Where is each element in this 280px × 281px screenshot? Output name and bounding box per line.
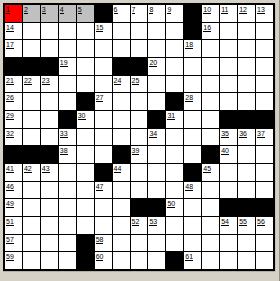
cell-r5c5[interactable] xyxy=(77,76,94,93)
cell-r15c10 xyxy=(166,252,183,269)
cell-r4c3 xyxy=(41,58,58,75)
cell-r4c5[interactable] xyxy=(77,58,94,75)
cell-r1c2[interactable]: 2 xyxy=(23,5,40,22)
cell-r5c13[interactable] xyxy=(220,76,237,93)
cell-r3c10[interactable] xyxy=(166,40,183,57)
cell-r6c12[interactable] xyxy=(202,93,219,110)
cell-r11c3[interactable] xyxy=(41,182,58,199)
clue-number: 39 xyxy=(132,147,140,155)
clue-number: 17 xyxy=(6,41,14,49)
cell-r11c9[interactable] xyxy=(148,182,165,199)
clue-number: 37 xyxy=(257,130,265,138)
clue-number: 34 xyxy=(149,130,157,138)
cell-r2c1[interactable]: 14 xyxy=(5,23,22,40)
cell-r9c13[interactable]: 40 xyxy=(220,146,237,163)
cell-r7c1[interactable]: 29 xyxy=(5,111,22,128)
cell-r10c3[interactable]: 43 xyxy=(41,164,58,181)
clue-number: 40 xyxy=(221,147,229,155)
cell-r13c12[interactable] xyxy=(202,217,219,234)
cell-r8c11[interactable] xyxy=(184,129,201,146)
cell-r10c14[interactable] xyxy=(238,164,255,181)
cell-r15c13[interactable] xyxy=(220,252,237,269)
cell-r10c12[interactable]: 45 xyxy=(202,164,219,181)
cell-r10c2[interactable]: 42 xyxy=(23,164,40,181)
cell-r9c11[interactable] xyxy=(184,146,201,163)
cell-r4c7 xyxy=(113,58,130,75)
clue-number: 7 xyxy=(132,6,136,14)
clue-number: 51 xyxy=(6,218,14,226)
clue-number: 3 xyxy=(42,6,46,14)
cell-r7c12[interactable] xyxy=(202,111,219,128)
cell-r9c8[interactable]: 39 xyxy=(131,146,148,163)
cell-r9c9[interactable] xyxy=(148,146,165,163)
cell-r13c7[interactable] xyxy=(113,217,130,234)
cell-r8c5[interactable] xyxy=(77,129,94,146)
cell-r2c10[interactable] xyxy=(166,23,183,40)
cell-r14c4[interactable] xyxy=(59,235,76,252)
clue-number: 14 xyxy=(6,24,14,32)
cell-r9c15[interactable] xyxy=(256,146,273,163)
cell-r14c14[interactable] xyxy=(238,235,255,252)
cell-r1c7[interactable]: 6 xyxy=(113,5,130,22)
cell-r4c10[interactable] xyxy=(166,58,183,75)
cell-r15c14[interactable] xyxy=(238,252,255,269)
cell-r11c11[interactable]: 48 xyxy=(184,182,201,199)
cell-r2c8[interactable] xyxy=(131,23,148,40)
cell-r15c3[interactable] xyxy=(41,252,58,269)
cell-r9c7 xyxy=(113,146,130,163)
cell-r15c1[interactable]: 59 xyxy=(5,252,22,269)
cell-r4c1 xyxy=(5,58,22,75)
cell-r12c11[interactable] xyxy=(184,199,201,216)
cell-r1c3[interactable]: 3 xyxy=(41,5,58,22)
cell-r2c11 xyxy=(184,23,201,40)
cell-r15c9[interactable] xyxy=(148,252,165,269)
cell-r2c2[interactable] xyxy=(23,23,40,40)
cell-r10c5[interactable] xyxy=(77,164,94,181)
cell-r5c4[interactable] xyxy=(59,76,76,93)
cell-r14c9[interactable] xyxy=(148,235,165,252)
cell-r10c4[interactable] xyxy=(59,164,76,181)
cell-r3c14[interactable] xyxy=(238,40,255,57)
cell-r11c8[interactable] xyxy=(131,182,148,199)
cell-r2c7[interactable] xyxy=(113,23,130,40)
cell-r6c11[interactable]: 28 xyxy=(184,93,201,110)
cell-r5c8[interactable]: 25 xyxy=(131,76,148,93)
cell-r2c6[interactable]: 15 xyxy=(95,23,112,40)
cell-r10c1[interactable]: 41 xyxy=(5,164,22,181)
cell-r12c12[interactable] xyxy=(202,199,219,216)
clue-number: 4 xyxy=(60,6,64,14)
cell-r15c6[interactable]: 60 xyxy=(95,252,112,269)
cell-r13c6[interactable] xyxy=(95,217,112,234)
cell-r13c11[interactable] xyxy=(184,217,201,234)
cell-r11c12[interactable] xyxy=(202,182,219,199)
clue-number: 35 xyxy=(221,130,229,138)
clue-number: 54 xyxy=(221,218,229,226)
cell-r15c5 xyxy=(77,252,94,269)
clue-number: 6 xyxy=(114,6,118,14)
cell-r5c12[interactable] xyxy=(202,76,219,93)
cell-r10c11 xyxy=(184,164,201,181)
clue-number: 28 xyxy=(185,94,193,102)
cell-r8c4[interactable]: 33 xyxy=(59,129,76,146)
clue-number: 11 xyxy=(221,6,228,14)
cell-r12c13 xyxy=(220,199,237,216)
clue-number: 60 xyxy=(96,253,104,261)
cell-r5c10[interactable] xyxy=(166,76,183,93)
clue-number: 61 xyxy=(185,253,193,261)
clue-number: 20 xyxy=(149,59,157,67)
clue-number: 59 xyxy=(6,253,14,261)
cell-r11c14[interactable] xyxy=(238,182,255,199)
cell-r1c5[interactable]: 5 xyxy=(77,5,94,22)
cell-r14c1[interactable]: 57 xyxy=(5,235,22,252)
clue-number: 52 xyxy=(132,218,140,226)
cell-r4c8 xyxy=(131,58,148,75)
cell-r14c7[interactable] xyxy=(113,235,130,252)
cell-r1c11 xyxy=(184,5,201,22)
cell-r5c1[interactable]: 21 xyxy=(5,76,22,93)
cell-r6c1[interactable]: 26 xyxy=(5,93,22,110)
cell-r15c7[interactable] xyxy=(113,252,130,269)
cell-r9c6[interactable] xyxy=(95,146,112,163)
cell-r1c12[interactable]: 10 xyxy=(202,5,219,22)
window-right-edge xyxy=(279,0,280,281)
cell-r8c14[interactable]: 36 xyxy=(238,129,255,146)
clue-number: 49 xyxy=(6,200,14,208)
cell-r6c6[interactable]: 27 xyxy=(95,93,112,110)
cell-r1c8[interactable]: 7 xyxy=(131,5,148,22)
cell-r11c15[interactable] xyxy=(256,182,273,199)
cell-r8c12[interactable] xyxy=(202,129,219,146)
clue-number: 23 xyxy=(42,77,50,85)
clue-number: 53 xyxy=(149,218,157,226)
clue-number: 8 xyxy=(149,6,153,14)
clue-number: 2 xyxy=(24,6,28,14)
cell-r6c10 xyxy=(166,93,183,110)
cell-r4c12[interactable] xyxy=(202,58,219,75)
cell-r6c2[interactable] xyxy=(23,93,40,110)
cell-r8c10[interactable] xyxy=(166,129,183,146)
cell-r3c3[interactable] xyxy=(41,40,58,57)
cell-r8c9[interactable]: 34 xyxy=(148,129,165,146)
cell-r6c13[interactable] xyxy=(220,93,237,110)
cell-r10c15[interactable] xyxy=(256,164,273,181)
cell-r1c9[interactable]: 8 xyxy=(148,5,165,22)
clue-number: 43 xyxy=(42,165,50,173)
cell-r8c2[interactable] xyxy=(23,129,40,146)
cell-r11c6[interactable]: 47 xyxy=(95,182,112,199)
cell-r1c4[interactable]: 4 xyxy=(59,5,76,22)
cell-r3c4[interactable] xyxy=(59,40,76,57)
cell-r7c11[interactable] xyxy=(184,111,201,128)
cell-r4c11[interactable] xyxy=(184,58,201,75)
clue-number: 58 xyxy=(96,236,104,244)
clue-number: 16 xyxy=(203,24,211,32)
clue-number: 32 xyxy=(6,130,14,138)
clue-number: 29 xyxy=(6,112,14,120)
cell-r14c5 xyxy=(77,235,94,252)
cell-r1c14[interactable]: 12 xyxy=(238,5,255,22)
cell-r5c6[interactable] xyxy=(95,76,112,93)
cell-r4c9[interactable]: 20 xyxy=(148,58,165,75)
cell-r6c4[interactable] xyxy=(59,93,76,110)
cell-r12c3[interactable] xyxy=(41,199,58,216)
cell-r7c3[interactable] xyxy=(41,111,58,128)
cell-r6c9[interactable] xyxy=(148,93,165,110)
cell-r13c9[interactable]: 53 xyxy=(148,217,165,234)
cell-r15c15[interactable] xyxy=(256,252,273,269)
cell-r14c10[interactable] xyxy=(166,235,183,252)
cell-r8c3[interactable] xyxy=(41,129,58,146)
cell-r15c4[interactable] xyxy=(59,252,76,269)
cell-r4c4[interactable]: 19 xyxy=(59,58,76,75)
cell-r9c3 xyxy=(41,146,58,163)
cell-r6c15[interactable] xyxy=(256,93,273,110)
cell-r5c15[interactable] xyxy=(256,76,273,93)
cell-r7c14 xyxy=(238,111,255,128)
clue-number: 5 xyxy=(78,6,82,14)
clue-number: 27 xyxy=(96,94,104,102)
cell-r13c3[interactable] xyxy=(41,217,58,234)
cell-r12c9 xyxy=(148,199,165,216)
cell-r7c2[interactable] xyxy=(23,111,40,128)
cell-r14c15[interactable] xyxy=(256,235,273,252)
cell-r7c10[interactable]: 31 xyxy=(166,111,183,128)
cell-r12c1[interactable]: 49 xyxy=(5,199,22,216)
clue-number: 41 xyxy=(6,165,14,173)
cell-r10c6 xyxy=(95,164,112,181)
cell-r14c8[interactable] xyxy=(131,235,148,252)
cell-r9c2 xyxy=(23,146,40,163)
cell-r7c5[interactable]: 30 xyxy=(77,111,94,128)
clue-number: 31 xyxy=(167,112,175,120)
cell-r15c11[interactable]: 61 xyxy=(184,252,201,269)
clue-number: 42 xyxy=(24,165,32,173)
cell-r14c2[interactable] xyxy=(23,235,40,252)
cell-r3c8[interactable] xyxy=(131,40,148,57)
cell-r7c7[interactable] xyxy=(113,111,130,128)
cell-r12c8 xyxy=(131,199,148,216)
cell-r13c8[interactable]: 52 xyxy=(131,217,148,234)
clue-number: 24 xyxy=(114,77,122,85)
cell-r1c10[interactable]: 9 xyxy=(166,5,183,22)
clue-number: 10 xyxy=(203,6,211,14)
cell-r14c3[interactable] xyxy=(41,235,58,252)
cell-r10c13[interactable] xyxy=(220,164,237,181)
cell-r13c5[interactable] xyxy=(77,217,94,234)
clue-number: 48 xyxy=(185,183,193,191)
clue-number: 18 xyxy=(185,41,193,49)
clue-number: 22 xyxy=(24,77,32,85)
cell-r12c5[interactable] xyxy=(77,199,94,216)
cell-r7c4 xyxy=(59,111,76,128)
clue-number: 46 xyxy=(6,183,14,191)
cell-r8c1[interactable]: 32 xyxy=(5,129,22,146)
clue-number: 30 xyxy=(78,112,86,120)
cell-r8c15[interactable]: 37 xyxy=(256,129,273,146)
cell-r12c4[interactable] xyxy=(59,199,76,216)
cell-r15c12[interactable] xyxy=(202,252,219,269)
clue-number: 15 xyxy=(96,24,104,32)
cell-r8c7[interactable] xyxy=(113,129,130,146)
cell-r1c15[interactable]: 13 xyxy=(256,5,273,22)
cell-r5c11[interactable] xyxy=(184,76,201,93)
clue-number: 50 xyxy=(167,200,175,208)
cell-r14c6[interactable]: 58 xyxy=(95,235,112,252)
cell-r3c6[interactable] xyxy=(95,40,112,57)
page: 1234567891011121314151617181920212223242… xyxy=(0,0,280,281)
cell-r12c10[interactable]: 50 xyxy=(166,199,183,216)
cell-r14c13[interactable] xyxy=(220,235,237,252)
cell-r8c8[interactable] xyxy=(131,129,148,146)
cell-r10c8[interactable] xyxy=(131,164,148,181)
cell-r7c8[interactable] xyxy=(131,111,148,128)
clue-number: 36 xyxy=(239,130,247,138)
cell-r2c9[interactable] xyxy=(148,23,165,40)
cell-r2c5[interactable] xyxy=(77,23,94,40)
cell-r3c12[interactable] xyxy=(202,40,219,57)
clue-number: 55 xyxy=(239,218,247,226)
cell-r8c6[interactable] xyxy=(95,129,112,146)
cell-r7c15 xyxy=(256,111,273,128)
cell-r4c14[interactable] xyxy=(238,58,255,75)
clue-number: 19 xyxy=(60,59,68,67)
cell-r3c15[interactable] xyxy=(256,40,273,57)
cell-r9c10[interactable] xyxy=(166,146,183,163)
clue-number: 12 xyxy=(239,6,247,14)
cell-r13c1[interactable]: 51 xyxy=(5,217,22,234)
cell-r3c11[interactable]: 18 xyxy=(184,40,201,57)
cell-r2c14[interactable] xyxy=(238,23,255,40)
clue-number: 44 xyxy=(114,165,122,173)
cell-r12c2[interactable] xyxy=(23,199,40,216)
cell-r10c7[interactable]: 44 xyxy=(113,164,130,181)
cell-r15c2[interactable] xyxy=(23,252,40,269)
clue-number: 57 xyxy=(6,236,14,244)
cell-r12c15 xyxy=(256,199,273,216)
cell-r11c4[interactable] xyxy=(59,182,76,199)
cell-r4c15[interactable] xyxy=(256,58,273,75)
cell-r1c6 xyxy=(95,5,112,22)
cell-r14c12[interactable] xyxy=(202,235,219,252)
cell-r12c6[interactable] xyxy=(95,199,112,216)
cell-r13c15[interactable]: 56 xyxy=(256,217,273,234)
cell-r13c14[interactable]: 55 xyxy=(238,217,255,234)
cell-r12c7[interactable] xyxy=(113,199,130,216)
cell-r6c5 xyxy=(77,93,94,110)
clue-number: 13 xyxy=(257,6,265,14)
clue-number: 47 xyxy=(96,183,104,191)
cell-r13c4[interactable] xyxy=(59,217,76,234)
clue-number: 21 xyxy=(6,77,14,85)
cell-r9c12 xyxy=(202,146,219,163)
cell-r6c3[interactable] xyxy=(41,93,58,110)
cell-r3c5[interactable] xyxy=(77,40,94,57)
cell-r6c14[interactable] xyxy=(238,93,255,110)
cell-r5c14[interactable] xyxy=(238,76,255,93)
cell-r3c13[interactable] xyxy=(220,40,237,57)
clue-number: 25 xyxy=(132,77,140,85)
cell-r13c2[interactable] xyxy=(23,217,40,234)
cell-r3c9[interactable] xyxy=(148,40,165,57)
clue-number: 26 xyxy=(6,94,14,102)
cell-r13c13[interactable]: 54 xyxy=(220,217,237,234)
clue-number: 38 xyxy=(60,147,68,155)
cell-r3c2[interactable] xyxy=(23,40,40,57)
cell-r10c10[interactable] xyxy=(166,164,183,181)
cell-r2c4[interactable] xyxy=(59,23,76,40)
cell-r7c6[interactable] xyxy=(95,111,112,128)
cell-r14c11[interactable] xyxy=(184,235,201,252)
cell-r7c13 xyxy=(220,111,237,128)
cell-r2c3[interactable] xyxy=(41,23,58,40)
cell-r6c8[interactable] xyxy=(131,93,148,110)
cell-r11c13[interactable] xyxy=(220,182,237,199)
cell-r11c1[interactable]: 46 xyxy=(5,182,22,199)
cell-r5c2[interactable]: 22 xyxy=(23,76,40,93)
cell-r11c7[interactable] xyxy=(113,182,130,199)
cell-r2c12[interactable]: 16 xyxy=(202,23,219,40)
clue-number: 1 xyxy=(6,6,10,14)
cell-r6c7[interactable] xyxy=(113,93,130,110)
cell-r4c6[interactable] xyxy=(95,58,112,75)
cell-r7c9 xyxy=(148,111,165,128)
cell-r10c9[interactable] xyxy=(148,164,165,181)
clue-number: 56 xyxy=(257,218,265,226)
cell-r13c10[interactable] xyxy=(166,217,183,234)
cell-r11c10[interactable] xyxy=(166,182,183,199)
cell-r5c9[interactable] xyxy=(148,76,165,93)
cell-r2c13[interactable] xyxy=(220,23,237,40)
cell-r1c13[interactable]: 11 xyxy=(220,5,237,22)
clue-number: 45 xyxy=(203,165,211,173)
cell-r9c14[interactable] xyxy=(238,146,255,163)
cell-r3c7[interactable] xyxy=(113,40,130,57)
cell-r9c1 xyxy=(5,146,22,163)
crossword-grid: 1234567891011121314151617181920212223242… xyxy=(3,3,275,271)
cell-r5c3[interactable]: 23 xyxy=(41,76,58,93)
cell-r15c8[interactable] xyxy=(131,252,148,269)
clue-number: 9 xyxy=(167,6,171,14)
cell-r4c13[interactable] xyxy=(220,58,237,75)
cell-r11c5[interactable] xyxy=(77,182,94,199)
cell-r9c4[interactable]: 38 xyxy=(59,146,76,163)
cell-r11c2[interactable] xyxy=(23,182,40,199)
cell-r2c15[interactable] xyxy=(256,23,273,40)
clue-number: 33 xyxy=(60,130,68,138)
cell-r1c1[interactable]: 1 xyxy=(5,5,22,22)
cell-r4c2 xyxy=(23,58,40,75)
cell-r5c7[interactable]: 24 xyxy=(113,76,130,93)
cell-r3c1[interactable]: 17 xyxy=(5,40,22,57)
cell-r8c13[interactable]: 35 xyxy=(220,129,237,146)
cell-r12c14 xyxy=(238,199,255,216)
cell-r9c5[interactable] xyxy=(77,146,94,163)
